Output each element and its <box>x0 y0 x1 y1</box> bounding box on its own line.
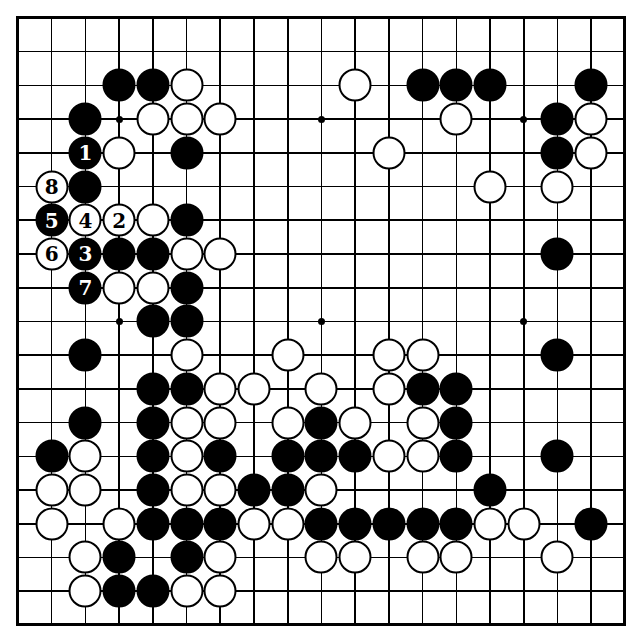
board-intersection[interactable] <box>574 574 608 608</box>
board-intersection[interactable] <box>406 439 440 473</box>
board-intersection[interactable] <box>170 102 204 136</box>
board-intersection[interactable] <box>69 372 103 406</box>
board-intersection[interactable] <box>1 473 35 507</box>
board-intersection[interactable] <box>237 608 271 640</box>
board-intersection[interactable] <box>102 170 136 204</box>
board-intersection[interactable] <box>102 35 136 69</box>
board-intersection[interactable] <box>271 237 305 271</box>
board-intersection[interactable] <box>35 271 69 305</box>
board-intersection[interactable] <box>574 406 608 440</box>
board-intersection[interactable] <box>102 102 136 136</box>
board-intersection[interactable] <box>170 608 204 640</box>
board-intersection[interactable] <box>237 305 271 339</box>
board-intersection[interactable] <box>102 608 136 640</box>
board-intersection[interactable] <box>574 338 608 372</box>
board-intersection[interactable] <box>69 1 103 35</box>
board-intersection[interactable] <box>69 406 103 440</box>
board-intersection[interactable] <box>608 338 640 372</box>
board-intersection[interactable] <box>439 338 473 372</box>
board-intersection[interactable] <box>473 237 507 271</box>
board-intersection[interactable] <box>406 338 440 372</box>
board-intersection[interactable] <box>271 473 305 507</box>
board-intersection[interactable] <box>406 608 440 640</box>
board-intersection[interactable] <box>271 1 305 35</box>
board-intersection[interactable] <box>305 406 339 440</box>
board-intersection[interactable] <box>574 372 608 406</box>
board-intersection[interactable] <box>372 507 406 541</box>
board-intersection[interactable] <box>305 608 339 640</box>
board-intersection[interactable] <box>1 102 35 136</box>
board-intersection[interactable] <box>35 406 69 440</box>
board-intersection[interactable] <box>305 136 339 170</box>
board-intersection[interactable] <box>203 574 237 608</box>
board-intersection[interactable] <box>372 406 406 440</box>
board-intersection[interactable] <box>439 170 473 204</box>
board-intersection[interactable] <box>203 608 237 640</box>
board-intersection[interactable] <box>541 305 575 339</box>
board-intersection[interactable] <box>69 473 103 507</box>
board-intersection[interactable] <box>541 203 575 237</box>
board-intersection[interactable] <box>170 439 204 473</box>
board-intersection[interactable] <box>305 69 339 103</box>
board-intersection[interactable] <box>473 406 507 440</box>
board-intersection[interactable] <box>102 136 136 170</box>
board-intersection[interactable] <box>439 473 473 507</box>
board-intersection[interactable] <box>507 136 541 170</box>
board-intersection[interactable] <box>439 406 473 440</box>
board-intersection[interactable] <box>574 541 608 575</box>
board-intersection[interactable] <box>69 69 103 103</box>
board-intersection[interactable] <box>69 507 103 541</box>
board-intersection[interactable] <box>507 69 541 103</box>
board-intersection[interactable] <box>102 237 136 271</box>
board-intersection[interactable] <box>338 136 372 170</box>
board-intersection[interactable] <box>338 406 372 440</box>
board-intersection[interactable] <box>372 203 406 237</box>
board-intersection[interactable] <box>541 608 575 640</box>
board-intersection[interactable] <box>372 69 406 103</box>
board-intersection[interactable] <box>203 305 237 339</box>
board-intersection[interactable] <box>372 305 406 339</box>
board-intersection[interactable] <box>170 473 204 507</box>
board-intersection[interactable] <box>271 439 305 473</box>
board-intersection[interactable] <box>372 136 406 170</box>
board-intersection[interactable] <box>170 237 204 271</box>
board-intersection[interactable] <box>439 574 473 608</box>
board-intersection[interactable] <box>203 69 237 103</box>
board-intersection[interactable]: 3 <box>69 237 103 271</box>
board-intersection[interactable]: 4 <box>69 203 103 237</box>
board-intersection[interactable] <box>203 439 237 473</box>
board-intersection[interactable] <box>574 102 608 136</box>
board-intersection[interactable] <box>439 305 473 339</box>
board-intersection[interactable] <box>305 35 339 69</box>
board-intersection[interactable] <box>203 338 237 372</box>
board-intersection[interactable] <box>271 69 305 103</box>
board-intersection[interactable] <box>237 1 271 35</box>
board-intersection[interactable] <box>1 574 35 608</box>
board-intersection[interactable] <box>136 338 170 372</box>
board-intersection[interactable] <box>35 69 69 103</box>
board-intersection[interactable] <box>473 574 507 608</box>
board-intersection[interactable] <box>203 102 237 136</box>
board-intersection[interactable] <box>541 473 575 507</box>
board-intersection[interactable] <box>406 406 440 440</box>
board-intersection[interactable] <box>608 372 640 406</box>
board-intersection[interactable] <box>305 473 339 507</box>
board-intersection[interactable] <box>608 203 640 237</box>
board-intersection[interactable] <box>338 608 372 640</box>
board-intersection[interactable] <box>305 439 339 473</box>
board-intersection[interactable] <box>372 372 406 406</box>
board-intersection[interactable] <box>69 608 103 640</box>
board-intersection[interactable] <box>35 1 69 35</box>
board-intersection[interactable] <box>541 406 575 440</box>
board-intersection[interactable] <box>1 608 35 640</box>
board-intersection[interactable] <box>406 305 440 339</box>
board-intersection[interactable] <box>170 574 204 608</box>
board-intersection[interactable] <box>507 237 541 271</box>
board-intersection[interactable] <box>203 406 237 440</box>
board-intersection[interactable] <box>271 305 305 339</box>
board-intersection[interactable] <box>237 203 271 237</box>
board-intersection[interactable] <box>136 69 170 103</box>
board-intersection[interactable] <box>237 541 271 575</box>
board-intersection[interactable] <box>69 439 103 473</box>
board-intersection[interactable] <box>507 541 541 575</box>
board-intersection[interactable] <box>69 338 103 372</box>
board-intersection[interactable] <box>1 305 35 339</box>
board-intersection[interactable] <box>507 439 541 473</box>
board-intersection[interactable] <box>608 69 640 103</box>
board-intersection[interactable] <box>439 541 473 575</box>
board-intersection[interactable] <box>541 69 575 103</box>
board-intersection[interactable] <box>608 170 640 204</box>
board-intersection[interactable] <box>237 102 271 136</box>
board-intersection[interactable] <box>473 473 507 507</box>
board-intersection[interactable] <box>102 473 136 507</box>
board-intersection[interactable] <box>541 102 575 136</box>
board-intersection[interactable] <box>136 507 170 541</box>
board-intersection[interactable] <box>608 406 640 440</box>
board-intersection[interactable] <box>473 35 507 69</box>
board-intersection[interactable] <box>372 608 406 640</box>
board-intersection[interactable] <box>102 507 136 541</box>
board-intersection[interactable] <box>305 102 339 136</box>
board-intersection[interactable] <box>574 170 608 204</box>
board-intersection[interactable] <box>372 1 406 35</box>
board-intersection[interactable] <box>170 35 204 69</box>
board-intersection[interactable] <box>439 372 473 406</box>
board-intersection[interactable] <box>507 338 541 372</box>
board-intersection[interactable] <box>473 541 507 575</box>
board-intersection[interactable] <box>507 608 541 640</box>
board-intersection[interactable] <box>473 608 507 640</box>
board-intersection[interactable] <box>35 507 69 541</box>
board-intersection[interactable] <box>608 1 640 35</box>
board-intersection[interactable] <box>608 237 640 271</box>
board-intersection[interactable] <box>1 338 35 372</box>
board-intersection[interactable] <box>574 473 608 507</box>
board-intersection[interactable] <box>305 305 339 339</box>
board-intersection[interactable] <box>203 136 237 170</box>
board-intersection[interactable] <box>574 608 608 640</box>
board-intersection[interactable] <box>541 35 575 69</box>
board-intersection[interactable] <box>338 372 372 406</box>
board-intersection[interactable] <box>439 136 473 170</box>
board-intersection[interactable] <box>406 372 440 406</box>
board-intersection[interactable] <box>136 271 170 305</box>
board-intersection[interactable] <box>170 1 204 35</box>
board-intersection[interactable] <box>406 35 440 69</box>
board-intersection[interactable] <box>439 69 473 103</box>
board-intersection[interactable] <box>338 473 372 507</box>
board-intersection[interactable] <box>237 69 271 103</box>
board-intersection[interactable] <box>203 237 237 271</box>
board-intersection[interactable] <box>507 203 541 237</box>
board-intersection[interactable] <box>136 1 170 35</box>
board-intersection[interactable] <box>69 35 103 69</box>
board-intersection[interactable] <box>473 136 507 170</box>
board-intersection[interactable] <box>170 271 204 305</box>
board-intersection[interactable] <box>439 102 473 136</box>
board-intersection[interactable]: 6 <box>35 237 69 271</box>
board-intersection[interactable] <box>439 35 473 69</box>
board-intersection[interactable] <box>507 473 541 507</box>
board-intersection[interactable] <box>271 406 305 440</box>
board-intersection[interactable] <box>372 338 406 372</box>
board-intersection[interactable] <box>271 271 305 305</box>
board-intersection[interactable] <box>338 439 372 473</box>
board-intersection[interactable] <box>237 439 271 473</box>
board-intersection[interactable] <box>136 574 170 608</box>
board-intersection[interactable] <box>1 372 35 406</box>
board-intersection[interactable] <box>541 1 575 35</box>
board-intersection[interactable] <box>102 372 136 406</box>
board-intersection[interactable] <box>507 372 541 406</box>
board-intersection[interactable] <box>271 102 305 136</box>
board-intersection[interactable] <box>608 574 640 608</box>
board-intersection[interactable] <box>170 69 204 103</box>
board-intersection[interactable] <box>102 69 136 103</box>
board-intersection[interactable]: 7 <box>69 271 103 305</box>
board-intersection[interactable] <box>338 507 372 541</box>
board-intersection[interactable] <box>507 406 541 440</box>
board-intersection[interactable] <box>35 305 69 339</box>
board-intersection[interactable] <box>35 338 69 372</box>
board-intersection[interactable] <box>608 541 640 575</box>
board-intersection[interactable] <box>170 372 204 406</box>
board-intersection[interactable] <box>406 473 440 507</box>
board-intersection[interactable] <box>338 305 372 339</box>
board-intersection[interactable] <box>136 203 170 237</box>
board-intersection[interactable] <box>237 35 271 69</box>
board-intersection[interactable] <box>271 608 305 640</box>
board-intersection[interactable] <box>271 35 305 69</box>
board-intersection[interactable] <box>338 574 372 608</box>
board-intersection[interactable] <box>170 406 204 440</box>
board-intersection[interactable] <box>102 338 136 372</box>
board-intersection[interactable] <box>507 1 541 35</box>
board-intersection[interactable] <box>574 1 608 35</box>
board-intersection[interactable] <box>237 237 271 271</box>
board-intersection[interactable] <box>574 69 608 103</box>
board-intersection[interactable] <box>35 136 69 170</box>
board-intersection[interactable] <box>406 170 440 204</box>
board-intersection[interactable] <box>305 170 339 204</box>
board-intersection[interactable] <box>271 338 305 372</box>
board-intersection[interactable] <box>237 372 271 406</box>
board-intersection[interactable] <box>406 574 440 608</box>
board-intersection[interactable] <box>35 473 69 507</box>
board-intersection[interactable] <box>608 35 640 69</box>
board-intersection[interactable] <box>203 507 237 541</box>
board-intersection[interactable] <box>338 102 372 136</box>
board-intersection[interactable] <box>35 574 69 608</box>
board-intersection[interactable] <box>305 1 339 35</box>
board-intersection[interactable] <box>271 170 305 204</box>
board-intersection[interactable] <box>473 1 507 35</box>
board-intersection[interactable] <box>35 608 69 640</box>
board-intersection[interactable] <box>170 507 204 541</box>
board-intersection[interactable] <box>406 507 440 541</box>
board-intersection[interactable] <box>473 338 507 372</box>
board-intersection[interactable] <box>1 271 35 305</box>
board-intersection[interactable] <box>338 541 372 575</box>
board-intersection[interactable] <box>237 271 271 305</box>
board-intersection[interactable] <box>439 203 473 237</box>
board-intersection[interactable] <box>237 473 271 507</box>
board-intersection[interactable] <box>574 237 608 271</box>
board-intersection[interactable] <box>372 574 406 608</box>
board-intersection[interactable] <box>439 1 473 35</box>
board-intersection[interactable] <box>35 35 69 69</box>
board-intersection[interactable] <box>136 372 170 406</box>
board-intersection[interactable] <box>305 237 339 271</box>
board-intersection[interactable] <box>372 35 406 69</box>
board-intersection[interactable] <box>170 136 204 170</box>
board-intersection[interactable] <box>102 271 136 305</box>
board-intersection[interactable] <box>203 170 237 204</box>
board-intersection[interactable] <box>305 507 339 541</box>
board-intersection[interactable] <box>406 1 440 35</box>
board-intersection[interactable] <box>372 473 406 507</box>
board-intersection[interactable] <box>439 608 473 640</box>
board-intersection[interactable] <box>338 1 372 35</box>
board-intersection[interactable] <box>372 102 406 136</box>
board-intersection[interactable] <box>1 507 35 541</box>
board-intersection[interactable] <box>608 439 640 473</box>
board-intersection[interactable] <box>305 271 339 305</box>
board-intersection[interactable] <box>136 541 170 575</box>
board-intersection[interactable] <box>305 203 339 237</box>
board-intersection[interactable] <box>507 507 541 541</box>
board-intersection[interactable] <box>69 305 103 339</box>
board-intersection[interactable]: 1 <box>69 136 103 170</box>
board-intersection[interactable] <box>541 170 575 204</box>
board-intersection[interactable] <box>541 541 575 575</box>
board-intersection[interactable] <box>237 574 271 608</box>
board-intersection[interactable] <box>102 574 136 608</box>
board-intersection[interactable] <box>1 237 35 271</box>
board-intersection[interactable]: 8 <box>35 170 69 204</box>
board-intersection[interactable] <box>406 203 440 237</box>
board-intersection[interactable] <box>541 237 575 271</box>
board-intersection[interactable] <box>136 237 170 271</box>
board-intersection[interactable] <box>372 271 406 305</box>
board-intersection[interactable] <box>541 271 575 305</box>
board-intersection[interactable] <box>608 102 640 136</box>
board-intersection[interactable] <box>574 35 608 69</box>
board-intersection[interactable] <box>473 439 507 473</box>
board-intersection[interactable] <box>338 170 372 204</box>
board-intersection[interactable] <box>439 271 473 305</box>
board-intersection[interactable] <box>237 338 271 372</box>
board-intersection[interactable] <box>338 271 372 305</box>
board-intersection[interactable] <box>507 574 541 608</box>
board-intersection[interactable] <box>102 439 136 473</box>
board-intersection[interactable] <box>574 136 608 170</box>
board-intersection[interactable] <box>507 35 541 69</box>
board-intersection[interactable] <box>203 372 237 406</box>
board-intersection[interactable] <box>608 473 640 507</box>
board-intersection[interactable] <box>203 203 237 237</box>
board-intersection[interactable] <box>102 305 136 339</box>
board-intersection[interactable] <box>439 507 473 541</box>
board-intersection[interactable] <box>102 406 136 440</box>
board-intersection[interactable] <box>170 541 204 575</box>
board-intersection[interactable] <box>439 237 473 271</box>
board-intersection[interactable] <box>203 271 237 305</box>
board-intersection[interactable] <box>608 305 640 339</box>
board-intersection[interactable] <box>203 541 237 575</box>
board-intersection[interactable] <box>1 439 35 473</box>
board-intersection[interactable] <box>1 541 35 575</box>
board-intersection[interactable] <box>35 439 69 473</box>
board-intersection[interactable] <box>305 338 339 372</box>
board-intersection[interactable] <box>406 69 440 103</box>
board-intersection[interactable] <box>473 203 507 237</box>
board-intersection[interactable] <box>406 102 440 136</box>
board-intersection[interactable] <box>1 136 35 170</box>
board-intersection[interactable] <box>574 305 608 339</box>
board-intersection[interactable] <box>102 1 136 35</box>
board-intersection[interactable] <box>203 1 237 35</box>
board-intersection[interactable] <box>372 541 406 575</box>
board-intersection[interactable] <box>237 136 271 170</box>
board-intersection[interactable] <box>372 439 406 473</box>
board-intersection[interactable] <box>1 170 35 204</box>
board-intersection[interactable] <box>1 69 35 103</box>
board-intersection[interactable] <box>271 541 305 575</box>
board-intersection[interactable] <box>271 574 305 608</box>
board-intersection[interactable] <box>473 305 507 339</box>
board-intersection[interactable] <box>271 372 305 406</box>
board-intersection[interactable] <box>473 372 507 406</box>
board-intersection[interactable] <box>541 439 575 473</box>
board-intersection[interactable] <box>1 35 35 69</box>
board-intersection[interactable] <box>136 439 170 473</box>
board-intersection[interactable] <box>574 203 608 237</box>
board-intersection[interactable] <box>69 574 103 608</box>
board-intersection[interactable] <box>338 69 372 103</box>
board-intersection[interactable] <box>406 136 440 170</box>
board-intersection[interactable] <box>1 406 35 440</box>
board-intersection[interactable] <box>541 574 575 608</box>
board-intersection[interactable] <box>372 237 406 271</box>
board-intersection[interactable] <box>136 608 170 640</box>
board-intersection[interactable] <box>507 102 541 136</box>
